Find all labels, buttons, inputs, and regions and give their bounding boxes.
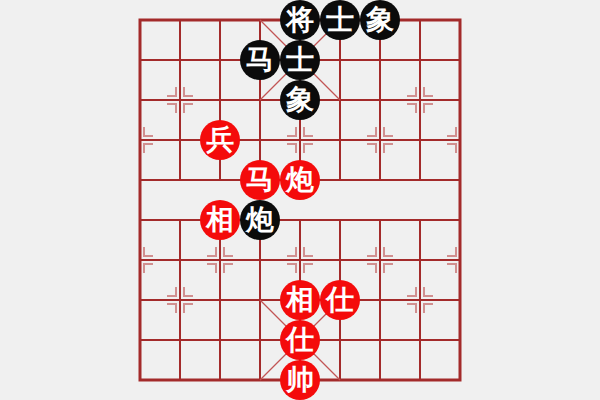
piece-black-elephant-b[interactable]: 象 — [280, 80, 320, 120]
piece-red-cannon[interactable]: 炮 — [280, 160, 320, 200]
piece-red-elephant-b[interactable]: 相 — [280, 280, 320, 320]
piece-black-advisor-a[interactable]: 士 — [320, 0, 360, 40]
piece-red-pawn[interactable]: 兵 — [200, 120, 240, 160]
piece-red-elephant-a[interactable]: 相 — [200, 200, 240, 240]
piece-red-horse[interactable]: 马 — [240, 160, 280, 200]
piece-black-horse[interactable]: 马 — [240, 40, 280, 80]
piece-black-elephant-a[interactable]: 象 — [360, 0, 400, 40]
piece-red-advisor-b[interactable]: 仕 — [280, 320, 320, 360]
piece-black-general[interactable]: 将 — [280, 0, 320, 40]
piece-red-general[interactable]: 帅 — [280, 360, 320, 400]
piece-red-advisor-a[interactable]: 仕 — [320, 280, 360, 320]
piece-black-cannon[interactable]: 炮 — [240, 200, 280, 240]
piece-black-advisor-b[interactable]: 士 — [280, 40, 320, 80]
xiangqi-board[interactable]: 将士象马士象兵马炮相炮相仕仕帅 — [0, 0, 600, 400]
piece-grid: 将士象马士象兵马炮相炮相仕仕帅 — [120, 0, 480, 400]
